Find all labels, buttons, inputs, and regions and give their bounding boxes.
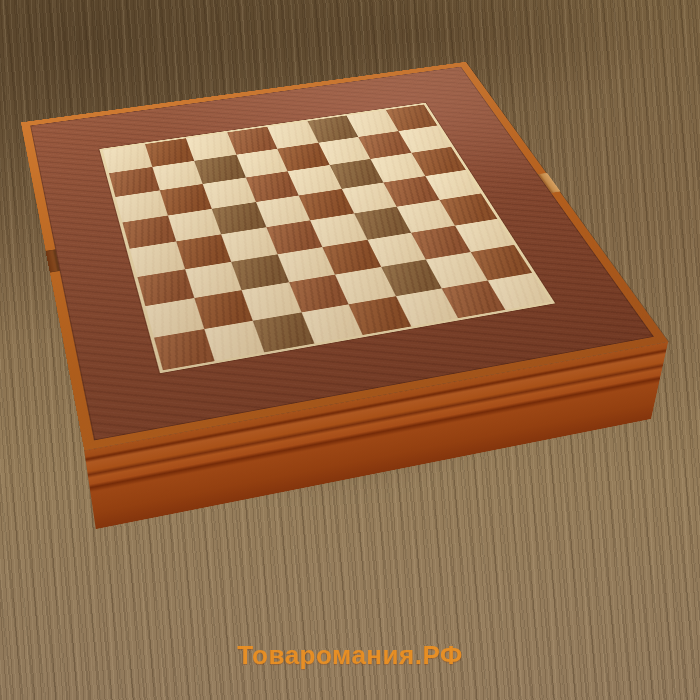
table-surface: Товаромания.РФ <box>0 0 700 700</box>
chess-box <box>32 131 651 529</box>
watermark-text: Товаромания.РФ <box>237 640 462 671</box>
photo-scene <box>0 0 700 700</box>
chess-board <box>99 103 555 373</box>
